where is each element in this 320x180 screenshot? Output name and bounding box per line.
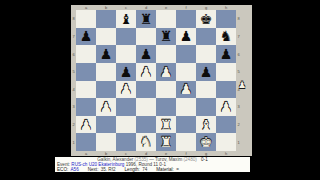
chess-board: ♝♜♚♟♜♟♞♟♟♟♟♟♟♟♟♟♟♟♟♜♝♞♜♚: [76, 10, 236, 151]
square-c6: [116, 45, 136, 63]
file-label-g: g: [196, 151, 216, 156]
square-b5: [96, 63, 116, 81]
square-b2: [96, 116, 116, 134]
piece-white-knight: ♞: [140, 135, 153, 149]
square-a8: [76, 10, 96, 28]
square-e8: [156, 10, 176, 28]
square-d3: [136, 98, 156, 116]
piece-black-bishop: ♝: [120, 11, 133, 25]
square-f1: [176, 133, 196, 151]
piece-black-pawn: ♟: [220, 47, 233, 61]
square-e3: [156, 98, 176, 116]
square-c8: ♝: [116, 10, 136, 28]
file-label-a: a: [76, 151, 96, 156]
square-d8: ♜: [136, 10, 156, 28]
material-white-pawn-icon: ♟: [238, 81, 246, 90]
square-g4: [196, 81, 216, 99]
piece-black-pawn: ♟: [100, 47, 113, 61]
square-f4: ♟: [176, 81, 196, 99]
rank-label-2: 2: [236, 116, 241, 134]
square-e4: [156, 81, 176, 99]
square-e6: [156, 45, 176, 63]
square-f7: ♟: [176, 28, 196, 46]
square-e2: ♜: [156, 116, 176, 134]
square-d1: ♞: [136, 133, 156, 151]
square-d5: ♟: [136, 63, 156, 81]
square-b8: [96, 10, 116, 28]
square-a5: [76, 63, 96, 81]
square-a6: [76, 45, 96, 63]
square-f2: [176, 116, 196, 134]
info-field-value: =: [176, 167, 179, 172]
square-f5: [176, 63, 196, 81]
square-e5: ♟: [156, 63, 176, 81]
square-a4: [76, 81, 96, 99]
piece-black-pawn: ♟: [200, 64, 213, 78]
piece-black-pawn: ♟: [180, 29, 193, 43]
square-h5: [216, 63, 236, 81]
square-a1: [76, 133, 96, 151]
piece-black-rook: ♜: [160, 29, 173, 43]
square-b4: [96, 81, 116, 99]
square-a3: [76, 98, 96, 116]
piece-white-pawn: ♟: [140, 64, 153, 78]
info-field-next: Next: 35. Rf2: [88, 167, 116, 172]
piece-white-bishop: ♝: [200, 117, 213, 131]
piece-white-rook: ♜: [160, 135, 173, 149]
piece-white-king: ♚: [200, 135, 213, 149]
square-b7: [96, 28, 116, 46]
piece-white-pawn: ♟: [100, 99, 113, 113]
square-d4: [136, 81, 156, 99]
video-frame: abcdefgh abcdefgh 87654321 87654321 ♝♜♚♟…: [0, 0, 320, 180]
square-h2: [216, 116, 236, 134]
square-h3: ♟: [216, 98, 236, 116]
file-label-h: h: [216, 151, 236, 156]
piece-black-rook: ♜: [140, 11, 153, 25]
chess-board-panel: abcdefgh abcdefgh 87654321 87654321 ♝♜♚♟…: [71, 5, 252, 156]
file-label-c: c: [116, 151, 136, 156]
info-field-label: Material:: [156, 167, 175, 172]
square-g7: [196, 28, 216, 46]
square-h4: [216, 81, 236, 99]
square-f3: [176, 98, 196, 116]
square-h6: ♟: [216, 45, 236, 63]
piece-white-pawn: ♟: [120, 82, 133, 96]
square-e7: ♜: [156, 28, 176, 46]
square-h7: ♞: [216, 28, 236, 46]
black-player-rating: (2480): [184, 157, 197, 162]
info-field-label: Length:: [125, 167, 142, 172]
piece-black-pawn: ♟: [140, 47, 153, 61]
file-label-d: d: [136, 151, 156, 156]
square-g8: ♚: [196, 10, 216, 28]
info-field-length: Length: 74: [125, 167, 148, 172]
square-h8: [216, 10, 236, 28]
square-d6: ♟: [136, 45, 156, 63]
square-d2: [136, 116, 156, 134]
square-f8: [176, 10, 196, 28]
piece-white-pawn: ♟: [160, 64, 173, 78]
piece-white-pawn: ♟: [180, 82, 193, 96]
piece-black-pawn: ♟: [80, 29, 93, 43]
square-a7: ♟: [76, 28, 96, 46]
square-c5: ♟: [116, 63, 136, 81]
square-c2: [116, 116, 136, 134]
piece-black-knight: ♞: [220, 29, 233, 43]
info-field-value: A56: [71, 167, 79, 172]
piece-white-pawn: ♟: [220, 99, 233, 113]
file-label-b: b: [96, 151, 116, 156]
file-label-f: f: [176, 151, 196, 156]
rank-label-8: 8: [236, 10, 241, 28]
piece-black-king: ♚: [200, 11, 213, 25]
rank-label-3: 3: [236, 98, 241, 116]
rank-label-5: 5: [236, 63, 241, 81]
square-c3: [116, 98, 136, 116]
square-g6: [196, 45, 216, 63]
info-field-eco: ECO: A56: [57, 167, 79, 172]
file-label-e: e: [156, 151, 176, 156]
square-c4: ♟: [116, 81, 136, 99]
info-line: ECO: A56Next: 35. Rf2Length: 74Material:…: [55, 167, 250, 172]
square-c7: [116, 28, 136, 46]
square-g3: [196, 98, 216, 116]
game-result: 0-1: [201, 157, 208, 162]
square-h1: [216, 133, 236, 151]
square-e1: ♜: [156, 133, 176, 151]
file-labels-bottom: abcdefgh: [76, 151, 236, 156]
square-b6: ♟: [96, 45, 116, 63]
square-b3: ♟: [96, 98, 116, 116]
piece-white-pawn: ♟: [80, 117, 93, 131]
info-field-label: ECO:: [57, 167, 70, 172]
info-field-value: 35. Rf2: [101, 167, 116, 172]
square-b1: [96, 133, 116, 151]
rank-label-1: 1: [236, 133, 241, 151]
rank-label-7: 7: [236, 28, 241, 46]
piece-black-pawn: ♟: [120, 64, 133, 78]
square-g5: ♟: [196, 63, 216, 81]
info-field-label: Next:: [88, 167, 100, 172]
piece-white-rook: ♜: [160, 117, 173, 131]
info-field-value: 74: [142, 167, 147, 172]
caption-strip: Galkin, Alexander (2535) — Turov, Maxim …: [55, 157, 250, 172]
rank-label-6: 6: [236, 45, 241, 63]
square-d7: [136, 28, 156, 46]
info-field-material: Material: =: [156, 167, 179, 172]
square-g2: ♝: [196, 116, 216, 134]
square-g1: ♚: [196, 133, 216, 151]
square-a2: ♟: [76, 116, 96, 134]
square-c1: [116, 133, 136, 151]
square-f6: [176, 45, 196, 63]
